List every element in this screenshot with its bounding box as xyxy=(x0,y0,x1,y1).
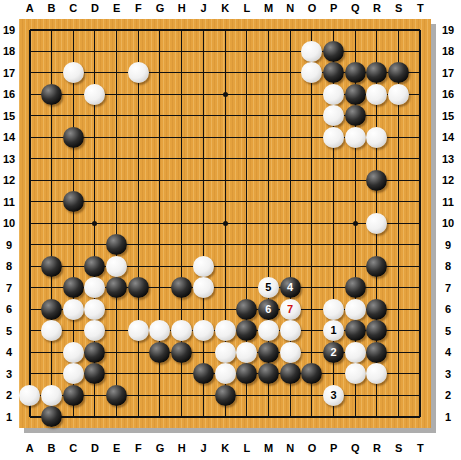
point-T8[interactable] xyxy=(409,256,431,278)
point-S7[interactable] xyxy=(388,277,410,299)
point-H1[interactable] xyxy=(171,406,193,428)
point-S6[interactable] xyxy=(388,299,410,321)
point-M14[interactable] xyxy=(258,127,280,149)
point-F3[interactable] xyxy=(127,363,149,385)
point-S10[interactable] xyxy=(388,213,410,235)
point-R17[interactable] xyxy=(366,62,388,84)
point-G6[interactable] xyxy=(149,299,171,321)
point-G3[interactable] xyxy=(149,363,171,385)
point-C6[interactable] xyxy=(62,299,84,321)
point-Q6[interactable] xyxy=(344,299,366,321)
point-L18[interactable] xyxy=(236,41,258,63)
point-D8[interactable] xyxy=(84,256,106,278)
point-M9[interactable] xyxy=(258,234,280,256)
point-N11[interactable] xyxy=(279,191,301,213)
point-B9[interactable] xyxy=(41,234,63,256)
point-E9[interactable] xyxy=(106,234,128,256)
point-H10[interactable] xyxy=(171,213,193,235)
point-S14[interactable] xyxy=(388,127,410,149)
point-N4[interactable] xyxy=(279,342,301,364)
point-L15[interactable] xyxy=(236,105,258,127)
point-D1[interactable] xyxy=(84,406,106,428)
point-B5[interactable] xyxy=(41,320,63,342)
point-B4[interactable] xyxy=(41,342,63,364)
point-S15[interactable] xyxy=(388,105,410,127)
point-C5[interactable] xyxy=(62,320,84,342)
point-D15[interactable] xyxy=(84,105,106,127)
point-F18[interactable] xyxy=(127,41,149,63)
point-J8[interactable] xyxy=(193,256,215,278)
point-G19[interactable] xyxy=(149,19,171,41)
point-Q3[interactable] xyxy=(344,363,366,385)
point-P6[interactable] xyxy=(323,299,345,321)
point-Q5[interactable] xyxy=(344,320,366,342)
point-F15[interactable] xyxy=(127,105,149,127)
point-G7[interactable] xyxy=(149,277,171,299)
point-N18[interactable] xyxy=(279,41,301,63)
point-C7[interactable] xyxy=(62,277,84,299)
point-K3[interactable] xyxy=(214,363,236,385)
point-L13[interactable] xyxy=(236,148,258,170)
point-Q8[interactable] xyxy=(344,256,366,278)
point-M18[interactable] xyxy=(258,41,280,63)
point-D2[interactable] xyxy=(84,385,106,407)
point-K4[interactable] xyxy=(214,342,236,364)
point-B8[interactable] xyxy=(41,256,63,278)
point-E14[interactable] xyxy=(106,127,128,149)
point-C18[interactable] xyxy=(62,41,84,63)
point-B7[interactable] xyxy=(41,277,63,299)
point-L16[interactable] xyxy=(236,84,258,106)
point-E13[interactable] xyxy=(106,148,128,170)
point-E19[interactable] xyxy=(106,19,128,41)
point-P1[interactable] xyxy=(323,406,345,428)
point-N9[interactable] xyxy=(279,234,301,256)
point-G9[interactable] xyxy=(149,234,171,256)
point-T9[interactable] xyxy=(409,234,431,256)
point-B17[interactable] xyxy=(41,62,63,84)
point-Q14[interactable] xyxy=(344,127,366,149)
point-T11[interactable] xyxy=(409,191,431,213)
point-P8[interactable] xyxy=(323,256,345,278)
point-N1[interactable] xyxy=(279,406,301,428)
point-H13[interactable] xyxy=(171,148,193,170)
point-C13[interactable] xyxy=(62,148,84,170)
point-O12[interactable] xyxy=(301,170,323,192)
point-G13[interactable] xyxy=(149,148,171,170)
point-H15[interactable] xyxy=(171,105,193,127)
point-P16[interactable] xyxy=(323,84,345,106)
point-N12[interactable] xyxy=(279,170,301,192)
point-L14[interactable] xyxy=(236,127,258,149)
point-H3[interactable] xyxy=(171,363,193,385)
point-S9[interactable] xyxy=(388,234,410,256)
point-S1[interactable] xyxy=(388,406,410,428)
point-S4[interactable] xyxy=(388,342,410,364)
point-P9[interactable] xyxy=(323,234,345,256)
point-O7[interactable] xyxy=(301,277,323,299)
point-J15[interactable] xyxy=(193,105,215,127)
point-J16[interactable] xyxy=(193,84,215,106)
point-C19[interactable] xyxy=(62,19,84,41)
point-G16[interactable] xyxy=(149,84,171,106)
point-N3[interactable] xyxy=(279,363,301,385)
point-L9[interactable] xyxy=(236,234,258,256)
point-N14[interactable] xyxy=(279,127,301,149)
point-J17[interactable] xyxy=(193,62,215,84)
point-M6[interactable]: 6 xyxy=(258,299,280,321)
point-D19[interactable] xyxy=(84,19,106,41)
point-G4[interactable] xyxy=(149,342,171,364)
point-R7[interactable] xyxy=(366,277,388,299)
point-L11[interactable] xyxy=(236,191,258,213)
point-L3[interactable] xyxy=(236,363,258,385)
point-M8[interactable] xyxy=(258,256,280,278)
point-H19[interactable] xyxy=(171,19,193,41)
point-T17[interactable] xyxy=(409,62,431,84)
point-K18[interactable] xyxy=(214,41,236,63)
point-H14[interactable] xyxy=(171,127,193,149)
point-R6[interactable] xyxy=(366,299,388,321)
point-B3[interactable] xyxy=(41,363,63,385)
point-C11[interactable] xyxy=(62,191,84,213)
point-T16[interactable] xyxy=(409,84,431,106)
point-A8[interactable] xyxy=(19,256,41,278)
point-B14[interactable] xyxy=(41,127,63,149)
point-R11[interactable] xyxy=(366,191,388,213)
point-C17[interactable] xyxy=(62,62,84,84)
point-G1[interactable] xyxy=(149,406,171,428)
point-O17[interactable] xyxy=(301,62,323,84)
point-C9[interactable] xyxy=(62,234,84,256)
point-P10[interactable] xyxy=(323,213,345,235)
point-B2[interactable] xyxy=(41,385,63,407)
point-T2[interactable] xyxy=(409,385,431,407)
point-B10[interactable] xyxy=(41,213,63,235)
point-J14[interactable] xyxy=(193,127,215,149)
point-G15[interactable] xyxy=(149,105,171,127)
point-R5[interactable] xyxy=(366,320,388,342)
point-B11[interactable] xyxy=(41,191,63,213)
point-A3[interactable] xyxy=(19,363,41,385)
point-T3[interactable] xyxy=(409,363,431,385)
point-K7[interactable] xyxy=(214,277,236,299)
point-S13[interactable] xyxy=(388,148,410,170)
point-Q10[interactable] xyxy=(344,213,366,235)
point-O8[interactable] xyxy=(301,256,323,278)
point-A14[interactable] xyxy=(19,127,41,149)
point-G14[interactable] xyxy=(149,127,171,149)
point-F9[interactable] xyxy=(127,234,149,256)
point-F10[interactable] xyxy=(127,213,149,235)
point-P7[interactable] xyxy=(323,277,345,299)
point-B19[interactable] xyxy=(41,19,63,41)
point-F1[interactable] xyxy=(127,406,149,428)
point-A11[interactable] xyxy=(19,191,41,213)
point-T13[interactable] xyxy=(409,148,431,170)
point-A10[interactable] xyxy=(19,213,41,235)
point-P19[interactable] xyxy=(323,19,345,41)
point-F13[interactable] xyxy=(127,148,149,170)
point-F8[interactable] xyxy=(127,256,149,278)
point-C10[interactable] xyxy=(62,213,84,235)
point-E7[interactable] xyxy=(106,277,128,299)
point-B15[interactable] xyxy=(41,105,63,127)
point-G17[interactable] xyxy=(149,62,171,84)
point-A9[interactable] xyxy=(19,234,41,256)
point-J13[interactable] xyxy=(193,148,215,170)
point-D3[interactable] xyxy=(84,363,106,385)
point-P5[interactable]: 1 xyxy=(323,320,345,342)
point-Q4[interactable] xyxy=(344,342,366,364)
point-T15[interactable] xyxy=(409,105,431,127)
point-H2[interactable] xyxy=(171,385,193,407)
point-F14[interactable] xyxy=(127,127,149,149)
point-F4[interactable] xyxy=(127,342,149,364)
point-S3[interactable] xyxy=(388,363,410,385)
point-R15[interactable] xyxy=(366,105,388,127)
point-B18[interactable] xyxy=(41,41,63,63)
point-O6[interactable] xyxy=(301,299,323,321)
point-H16[interactable] xyxy=(171,84,193,106)
point-A17[interactable] xyxy=(19,62,41,84)
point-A6[interactable] xyxy=(19,299,41,321)
point-F2[interactable] xyxy=(127,385,149,407)
point-L19[interactable] xyxy=(236,19,258,41)
point-M13[interactable] xyxy=(258,148,280,170)
point-P17[interactable] xyxy=(323,62,345,84)
point-E8[interactable] xyxy=(106,256,128,278)
point-P11[interactable] xyxy=(323,191,345,213)
point-D9[interactable] xyxy=(84,234,106,256)
point-Q9[interactable] xyxy=(344,234,366,256)
point-K5[interactable] xyxy=(214,320,236,342)
point-K9[interactable] xyxy=(214,234,236,256)
point-D5[interactable] xyxy=(84,320,106,342)
point-K1[interactable] xyxy=(214,406,236,428)
point-D16[interactable] xyxy=(84,84,106,106)
point-E18[interactable] xyxy=(106,41,128,63)
point-Q2[interactable] xyxy=(344,385,366,407)
point-T18[interactable] xyxy=(409,41,431,63)
point-E5[interactable] xyxy=(106,320,128,342)
point-H17[interactable] xyxy=(171,62,193,84)
point-C1[interactable] xyxy=(62,406,84,428)
point-P14[interactable] xyxy=(323,127,345,149)
point-O10[interactable] xyxy=(301,213,323,235)
point-Q16[interactable] xyxy=(344,84,366,106)
point-C3[interactable] xyxy=(62,363,84,385)
point-A5[interactable] xyxy=(19,320,41,342)
point-J7[interactable] xyxy=(193,277,215,299)
point-L17[interactable] xyxy=(236,62,258,84)
point-D6[interactable] xyxy=(84,299,106,321)
point-O14[interactable] xyxy=(301,127,323,149)
point-K15[interactable] xyxy=(214,105,236,127)
point-O13[interactable] xyxy=(301,148,323,170)
point-S18[interactable] xyxy=(388,41,410,63)
point-N8[interactable] xyxy=(279,256,301,278)
point-L5[interactable] xyxy=(236,320,258,342)
point-M15[interactable] xyxy=(258,105,280,127)
point-H11[interactable] xyxy=(171,191,193,213)
point-B13[interactable] xyxy=(41,148,63,170)
point-G18[interactable] xyxy=(149,41,171,63)
point-L4[interactable] xyxy=(236,342,258,364)
point-R8[interactable] xyxy=(366,256,388,278)
point-K14[interactable] xyxy=(214,127,236,149)
point-M1[interactable] xyxy=(258,406,280,428)
point-J11[interactable] xyxy=(193,191,215,213)
point-N13[interactable] xyxy=(279,148,301,170)
point-P12[interactable] xyxy=(323,170,345,192)
point-L2[interactable] xyxy=(236,385,258,407)
point-A13[interactable] xyxy=(19,148,41,170)
point-F5[interactable] xyxy=(127,320,149,342)
point-T7[interactable] xyxy=(409,277,431,299)
point-H12[interactable] xyxy=(171,170,193,192)
point-B16[interactable] xyxy=(41,84,63,106)
point-R2[interactable] xyxy=(366,385,388,407)
point-M4[interactable] xyxy=(258,342,280,364)
point-G10[interactable] xyxy=(149,213,171,235)
point-K12[interactable] xyxy=(214,170,236,192)
point-C12[interactable] xyxy=(62,170,84,192)
point-J12[interactable] xyxy=(193,170,215,192)
point-F16[interactable] xyxy=(127,84,149,106)
point-L6[interactable] xyxy=(236,299,258,321)
point-E4[interactable] xyxy=(106,342,128,364)
point-T1[interactable] xyxy=(409,406,431,428)
point-K8[interactable] xyxy=(214,256,236,278)
point-C14[interactable] xyxy=(62,127,84,149)
point-H7[interactable] xyxy=(171,277,193,299)
point-O5[interactable] xyxy=(301,320,323,342)
point-E1[interactable] xyxy=(106,406,128,428)
point-M5[interactable] xyxy=(258,320,280,342)
point-C4[interactable] xyxy=(62,342,84,364)
point-P18[interactable] xyxy=(323,41,345,63)
point-D10[interactable] xyxy=(84,213,106,235)
point-H9[interactable] xyxy=(171,234,193,256)
point-N6[interactable]: 7 xyxy=(279,299,301,321)
point-N5[interactable] xyxy=(279,320,301,342)
point-K2[interactable] xyxy=(214,385,236,407)
point-Q19[interactable] xyxy=(344,19,366,41)
point-P2[interactable]: 3 xyxy=(323,385,345,407)
point-S16[interactable] xyxy=(388,84,410,106)
point-F12[interactable] xyxy=(127,170,149,192)
point-D4[interactable] xyxy=(84,342,106,364)
point-M3[interactable] xyxy=(258,363,280,385)
point-G12[interactable] xyxy=(149,170,171,192)
point-N15[interactable] xyxy=(279,105,301,127)
point-K6[interactable] xyxy=(214,299,236,321)
point-H6[interactable] xyxy=(171,299,193,321)
point-G8[interactable] xyxy=(149,256,171,278)
point-B6[interactable] xyxy=(41,299,63,321)
point-Q7[interactable] xyxy=(344,277,366,299)
point-T12[interactable] xyxy=(409,170,431,192)
point-E3[interactable] xyxy=(106,363,128,385)
point-M10[interactable] xyxy=(258,213,280,235)
point-A7[interactable] xyxy=(19,277,41,299)
point-F7[interactable] xyxy=(127,277,149,299)
point-T6[interactable] xyxy=(409,299,431,321)
point-R12[interactable] xyxy=(366,170,388,192)
point-H4[interactable] xyxy=(171,342,193,364)
point-L10[interactable] xyxy=(236,213,258,235)
point-J10[interactable] xyxy=(193,213,215,235)
point-N17[interactable] xyxy=(279,62,301,84)
point-N10[interactable] xyxy=(279,213,301,235)
point-R13[interactable] xyxy=(366,148,388,170)
point-N2[interactable] xyxy=(279,385,301,407)
point-M2[interactable] xyxy=(258,385,280,407)
point-O15[interactable] xyxy=(301,105,323,127)
point-Q18[interactable] xyxy=(344,41,366,63)
point-T19[interactable] xyxy=(409,19,431,41)
point-L8[interactable] xyxy=(236,256,258,278)
point-K10[interactable] xyxy=(214,213,236,235)
point-S12[interactable] xyxy=(388,170,410,192)
point-O19[interactable] xyxy=(301,19,323,41)
point-J18[interactable] xyxy=(193,41,215,63)
point-S11[interactable] xyxy=(388,191,410,213)
point-F11[interactable] xyxy=(127,191,149,213)
point-E11[interactable] xyxy=(106,191,128,213)
point-Q12[interactable] xyxy=(344,170,366,192)
point-L7[interactable] xyxy=(236,277,258,299)
point-J2[interactable] xyxy=(193,385,215,407)
point-Q11[interactable] xyxy=(344,191,366,213)
point-M12[interactable] xyxy=(258,170,280,192)
point-Q15[interactable] xyxy=(344,105,366,127)
point-L12[interactable] xyxy=(236,170,258,192)
point-A15[interactable] xyxy=(19,105,41,127)
point-E6[interactable] xyxy=(106,299,128,321)
point-J3[interactable] xyxy=(193,363,215,385)
point-R19[interactable] xyxy=(366,19,388,41)
point-K17[interactable] xyxy=(214,62,236,84)
point-H8[interactable] xyxy=(171,256,193,278)
point-R14[interactable] xyxy=(366,127,388,149)
point-H18[interactable] xyxy=(171,41,193,63)
point-T14[interactable] xyxy=(409,127,431,149)
point-C8[interactable] xyxy=(62,256,84,278)
point-Q1[interactable] xyxy=(344,406,366,428)
point-G5[interactable] xyxy=(149,320,171,342)
point-E2[interactable] xyxy=(106,385,128,407)
point-E17[interactable] xyxy=(106,62,128,84)
point-S2[interactable] xyxy=(388,385,410,407)
point-S8[interactable] xyxy=(388,256,410,278)
point-O3[interactable] xyxy=(301,363,323,385)
point-A1[interactable] xyxy=(19,406,41,428)
point-G2[interactable] xyxy=(149,385,171,407)
point-A12[interactable] xyxy=(19,170,41,192)
point-D13[interactable] xyxy=(84,148,106,170)
point-J19[interactable] xyxy=(193,19,215,41)
point-J9[interactable] xyxy=(193,234,215,256)
point-N19[interactable] xyxy=(279,19,301,41)
point-D17[interactable] xyxy=(84,62,106,84)
point-S17[interactable] xyxy=(388,62,410,84)
point-H5[interactable] xyxy=(171,320,193,342)
point-A19[interactable] xyxy=(19,19,41,41)
point-F6[interactable] xyxy=(127,299,149,321)
point-C2[interactable] xyxy=(62,385,84,407)
